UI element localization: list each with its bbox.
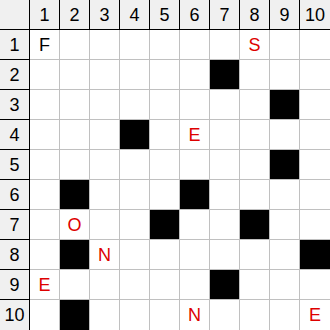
cell-r7c10[interactable]: [300, 210, 330, 240]
cell-r7c7[interactable]: [210, 210, 240, 240]
cell-r6c10[interactable]: [300, 180, 330, 210]
row-header-8: 8: [0, 240, 30, 270]
cell-r10c3[interactable]: [90, 300, 120, 330]
cell-r5c4[interactable]: [120, 150, 150, 180]
cell-r3c4[interactable]: [120, 90, 150, 120]
block-cell-r6c6[interactable]: [180, 180, 210, 210]
col-header-3: 3: [90, 0, 120, 30]
cell-r3c8[interactable]: [240, 90, 270, 120]
block-cell-r9c7[interactable]: [210, 270, 240, 300]
row-header-4: 4: [0, 120, 30, 150]
cell-r7c4[interactable]: [120, 210, 150, 240]
cell-r1c6[interactable]: [180, 30, 210, 60]
letter-cell-r8c3[interactable]: N: [90, 240, 120, 270]
cell-r6c3[interactable]: [90, 180, 120, 210]
block-cell-r7c5[interactable]: [150, 210, 180, 240]
cell-r2c2[interactable]: [60, 60, 90, 90]
letter-cell-r10c10[interactable]: E: [300, 300, 330, 330]
col-header-8: 8: [240, 0, 270, 30]
cell-r7c3[interactable]: [90, 210, 120, 240]
block-cell-r2c7[interactable]: [210, 60, 240, 90]
cell-r3c5[interactable]: [150, 90, 180, 120]
row-header-7: 7: [0, 210, 30, 240]
puzzle-board: 123456789101FS234E567O8N9E10NE: [0, 0, 330, 330]
cell-r9c6[interactable]: [180, 270, 210, 300]
cell-r4c5[interactable]: [150, 120, 180, 150]
cell-r4c7[interactable]: [210, 120, 240, 150]
cell-r4c3[interactable]: [90, 120, 120, 150]
cell-r6c9[interactable]: [270, 180, 300, 210]
cell-r3c3[interactable]: [90, 90, 120, 120]
col-header-9: 9: [270, 0, 300, 30]
cell-r4c2[interactable]: [60, 120, 90, 150]
cell-r6c1[interactable]: [30, 180, 60, 210]
cell-r2c5[interactable]: [150, 60, 180, 90]
row-header-3: 3: [0, 90, 30, 120]
cell-r1c5[interactable]: [150, 30, 180, 60]
block-cell-r5c9[interactable]: [270, 150, 300, 180]
cell-r7c6[interactable]: [180, 210, 210, 240]
cell-r2c9[interactable]: [270, 60, 300, 90]
cell-r2c1[interactable]: [30, 60, 60, 90]
cell-r2c8[interactable]: [240, 60, 270, 90]
letter-cell-r7c2[interactable]: O: [60, 210, 90, 240]
cell-r9c2[interactable]: [60, 270, 90, 300]
letter-cell-r10c6[interactable]: N: [180, 300, 210, 330]
cell-r8c6[interactable]: [180, 240, 210, 270]
col-header-6: 6: [180, 0, 210, 30]
cell-r5c7[interactable]: [210, 150, 240, 180]
cell-r2c3[interactable]: [90, 60, 120, 90]
cell-r5c6[interactable]: [180, 150, 210, 180]
cell-r10c7[interactable]: [210, 300, 240, 330]
cell-r2c10[interactable]: [300, 60, 330, 90]
col-header-5: 5: [150, 0, 180, 30]
col-header-7: 7: [210, 0, 240, 30]
cell-r1c3[interactable]: [90, 30, 120, 60]
letter-cell-r9c1[interactable]: E: [30, 270, 60, 300]
cell-r6c5[interactable]: [150, 180, 180, 210]
cell-r1c9[interactable]: [270, 30, 300, 60]
row-header-2: 2: [0, 60, 30, 90]
letter-cell-r1c8[interactable]: S: [240, 30, 270, 60]
block-cell-r7c8[interactable]: [240, 210, 270, 240]
cell-r5c1[interactable]: [30, 150, 60, 180]
cell-r2c4[interactable]: [120, 60, 150, 90]
corner-cell: [0, 0, 30, 30]
cell-r6c4[interactable]: [120, 180, 150, 210]
row-header-1: 1: [0, 30, 30, 60]
cell-r9c10[interactable]: [300, 270, 330, 300]
cell-r4c9[interactable]: [270, 120, 300, 150]
cell-r1c7[interactable]: [210, 30, 240, 60]
cell-r3c7[interactable]: [210, 90, 240, 120]
col-header-1: 1: [30, 0, 60, 30]
cell-r8c4[interactable]: [120, 240, 150, 270]
cell-r5c3[interactable]: [90, 150, 120, 180]
cell-r1c10[interactable]: [300, 30, 330, 60]
cell-r3c1[interactable]: [30, 90, 60, 120]
cell-r8c7[interactable]: [210, 240, 240, 270]
cell-r10c1[interactable]: [30, 300, 60, 330]
cell-r5c8[interactable]: [240, 150, 270, 180]
cell-r4c10[interactable]: [300, 120, 330, 150]
cell-r1c4[interactable]: [120, 30, 150, 60]
cell-r9c8[interactable]: [240, 270, 270, 300]
cell-r9c9[interactable]: [270, 270, 300, 300]
cell-r4c8[interactable]: [240, 120, 270, 150]
cell-r4c1[interactable]: [30, 120, 60, 150]
cell-r7c1[interactable]: [30, 210, 60, 240]
cell-r8c9[interactable]: [270, 240, 300, 270]
block-cell-r3c9[interactable]: [270, 90, 300, 120]
cell-r8c5[interactable]: [150, 240, 180, 270]
block-cell-r6c2[interactable]: [60, 180, 90, 210]
letter-cell-r1c1[interactable]: F: [30, 30, 60, 60]
cell-r5c2[interactable]: [60, 150, 90, 180]
cell-r10c8[interactable]: [240, 300, 270, 330]
block-cell-r4c4[interactable]: [120, 120, 150, 150]
letter-cell-r4c6[interactable]: E: [180, 120, 210, 150]
cell-r6c7[interactable]: [210, 180, 240, 210]
block-cell-r10c2[interactable]: [60, 300, 90, 330]
col-header-2: 2: [60, 0, 90, 30]
cell-r6c8[interactable]: [240, 180, 270, 210]
cell-r9c3[interactable]: [90, 270, 120, 300]
cell-r8c1[interactable]: [30, 240, 60, 270]
cell-r10c4[interactable]: [120, 300, 150, 330]
cell-r8c8[interactable]: [240, 240, 270, 270]
cell-r3c2[interactable]: [60, 90, 90, 120]
cell-r3c6[interactable]: [180, 90, 210, 120]
cell-r10c5[interactable]: [150, 300, 180, 330]
cell-r7c9[interactable]: [270, 210, 300, 240]
cell-r3c10[interactable]: [300, 90, 330, 120]
cell-r2c6[interactable]: [180, 60, 210, 90]
block-cell-r8c10[interactable]: [300, 240, 330, 270]
col-header-10: 10: [300, 0, 330, 30]
cell-r9c5[interactable]: [150, 270, 180, 300]
row-header-10: 10: [0, 300, 30, 330]
cell-r5c10[interactable]: [300, 150, 330, 180]
col-header-4: 4: [120, 0, 150, 30]
cell-r9c4[interactable]: [120, 270, 150, 300]
block-cell-r8c2[interactable]: [60, 240, 90, 270]
row-header-5: 5: [0, 150, 30, 180]
cell-r5c5[interactable]: [150, 150, 180, 180]
row-header-9: 9: [0, 270, 30, 300]
row-header-6: 6: [0, 180, 30, 210]
cell-r1c2[interactable]: [60, 30, 90, 60]
cell-r10c9[interactable]: [270, 300, 300, 330]
